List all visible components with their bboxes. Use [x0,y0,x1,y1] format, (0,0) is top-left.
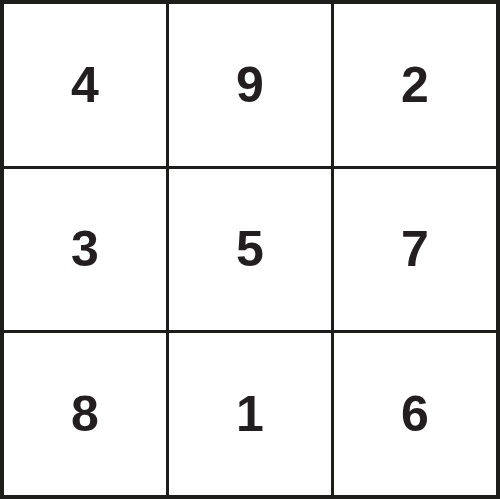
grid-cell-r3c1: 8 [4,333,166,495]
grid-cell-r2c1: 3 [4,169,166,331]
grid-cell-r1c2: 9 [169,4,331,166]
grid-cell-r2c2: 5 [169,169,331,331]
grid-cell-r1c1: 4 [4,4,166,166]
grid-cell-r1c3: 2 [334,4,496,166]
magic-square-board: 4 9 2 3 5 7 8 1 6 [0,0,500,499]
grid-cell-r3c3: 6 [334,333,496,495]
magic-square-diagram: 4 9 2 3 5 7 8 1 6 [0,0,500,499]
grid-cell-r3c2: 1 [169,333,331,495]
grid-cell-r2c3: 7 [334,169,496,331]
